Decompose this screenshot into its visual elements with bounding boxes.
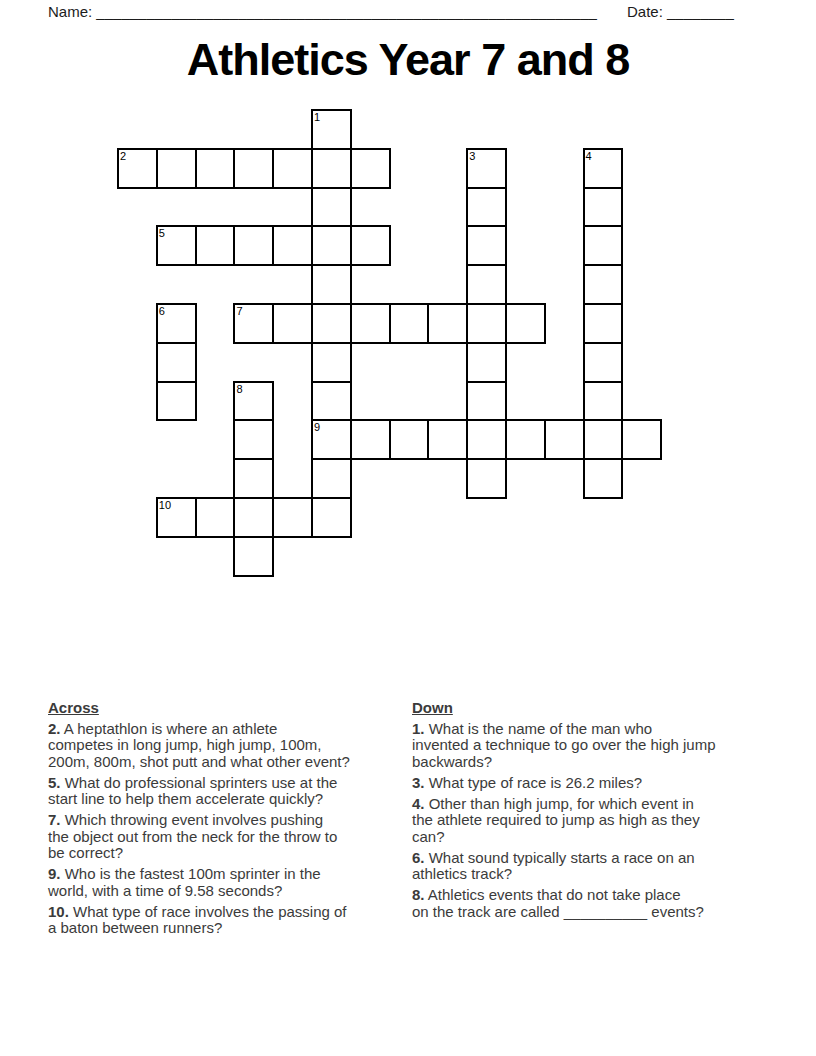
date-label: Date: — [627, 3, 663, 20]
down-clue-4: 4. Other than high jump, for which event… — [412, 796, 784, 846]
across-clue-10: 10. What type of race involves the passi… — [48, 904, 414, 937]
clue-number-5: 5 — [159, 227, 165, 240]
grid-cell-r10c3[interactable] — [233, 497, 274, 538]
grid-cell-r5c8[interactable] — [427, 303, 468, 344]
grid-cell-r10c4[interactable] — [272, 497, 313, 538]
down-clue-3: 3. What type of race is 26.2 miles? — [412, 775, 784, 792]
grid-cell-r8c5[interactable]: 9 — [311, 419, 352, 460]
grid-cell-r8c7[interactable] — [389, 419, 430, 460]
grid-cell-r2c9[interactable] — [466, 187, 507, 228]
grid-cell-r8c8[interactable] — [427, 419, 468, 460]
grid-cell-r1c5[interactable] — [311, 148, 352, 189]
grid-cell-r5c12[interactable] — [583, 303, 624, 344]
clue-number-10: 10 — [159, 499, 171, 512]
grid-cell-r1c0[interactable]: 2 — [117, 148, 158, 189]
grid-cell-r8c12[interactable] — [583, 419, 624, 460]
grid-cell-r8c11[interactable] — [544, 419, 585, 460]
grid-cell-r4c12[interactable] — [583, 264, 624, 305]
clue-number-3: 3 — [469, 150, 475, 163]
down-heading: Down — [412, 700, 784, 717]
grid-cell-r7c3[interactable]: 8 — [233, 381, 274, 422]
date-blank-line: ________ — [667, 3, 734, 20]
across-clue-7: 7. Which throwing event involves pushing… — [48, 812, 414, 862]
grid-cell-r8c10[interactable] — [505, 419, 546, 460]
name-blank-line: ________________________________________… — [96, 3, 597, 20]
across-clues-column: Across 2. A heptathlon is where an athle… — [48, 700, 414, 941]
crossword-grid: 12345678910 — [117, 109, 663, 577]
across-heading: Across — [48, 700, 414, 717]
grid-cell-r3c6[interactable] — [350, 225, 391, 266]
clue-number-1: 1 — [314, 111, 320, 124]
grid-cell-r7c1[interactable] — [156, 381, 197, 422]
grid-cell-r5c3[interactable]: 7 — [233, 303, 274, 344]
grid-cell-r9c9[interactable] — [466, 458, 507, 499]
grid-cell-r5c10[interactable] — [505, 303, 546, 344]
clue-number-6: 6 — [159, 305, 165, 318]
grid-cell-r8c6[interactable] — [350, 419, 391, 460]
across-clue-5: 5. What do professional sprinters use at… — [48, 775, 414, 808]
date-field-row: Date: ________ — [627, 3, 734, 20]
grid-cell-r5c9[interactable] — [466, 303, 507, 344]
grid-cell-r1c3[interactable] — [233, 148, 274, 189]
grid-cell-r2c5[interactable] — [311, 187, 352, 228]
grid-cell-r9c5[interactable] — [311, 458, 352, 499]
grid-cell-r8c3[interactable] — [233, 419, 274, 460]
clue-number-2: 2 — [120, 150, 126, 163]
grid-cell-r1c2[interactable] — [195, 148, 236, 189]
grid-cell-r5c7[interactable] — [389, 303, 430, 344]
grid-cell-r6c5[interactable] — [311, 342, 352, 383]
across-clue-list: 2. A heptathlon is where an athletecompe… — [48, 721, 414, 937]
clue-number-4: 4 — [586, 150, 592, 163]
grid-cell-r1c12[interactable]: 4 — [583, 148, 624, 189]
clue-number-9: 9 — [314, 421, 320, 434]
grid-cell-r3c1[interactable]: 5 — [156, 225, 197, 266]
clue-number-8: 8 — [236, 383, 242, 396]
grid-cell-r0c5[interactable]: 1 — [311, 109, 352, 150]
grid-cell-r5c6[interactable] — [350, 303, 391, 344]
grid-cell-r6c1[interactable] — [156, 342, 197, 383]
grid-cell-r5c4[interactable] — [272, 303, 313, 344]
down-clue-1: 1. What is the name of the man whoinvent… — [412, 721, 784, 771]
grid-cell-r11c3[interactable] — [233, 536, 274, 577]
down-clue-6: 6. What sound typically starts a race on… — [412, 850, 784, 883]
clue-number-7: 7 — [236, 305, 242, 318]
grid-cell-r3c3[interactable] — [233, 225, 274, 266]
grid-cell-r5c5[interactable] — [311, 303, 352, 344]
grid-cell-r8c9[interactable] — [466, 419, 507, 460]
grid-cell-r1c9[interactable]: 3 — [466, 148, 507, 189]
grid-cell-r6c9[interactable] — [466, 342, 507, 383]
grid-cell-r5c1[interactable]: 6 — [156, 303, 197, 344]
grid-cell-r4c9[interactable] — [466, 264, 507, 305]
down-clue-8: 8. Athletics events that do not take pla… — [412, 887, 784, 920]
name-field-row: Name: __________________________________… — [48, 3, 597, 20]
grid-cell-r7c12[interactable] — [583, 381, 624, 422]
grid-cell-r3c5[interactable] — [311, 225, 352, 266]
grid-cell-r10c5[interactable] — [311, 497, 352, 538]
grid-cell-r3c2[interactable] — [195, 225, 236, 266]
across-clue-9: 9. Who is the fastest 100m sprinter in t… — [48, 866, 414, 899]
page-title: Athletics Year 7 and 8 — [0, 34, 816, 86]
grid-cell-r9c3[interactable] — [233, 458, 274, 499]
grid-cell-r4c5[interactable] — [311, 264, 352, 305]
grid-cell-r1c1[interactable] — [156, 148, 197, 189]
grid-cell-r3c9[interactable] — [466, 225, 507, 266]
grid-cell-r7c5[interactable] — [311, 381, 352, 422]
grid-cell-r2c12[interactable] — [583, 187, 624, 228]
grid-cell-r3c12[interactable] — [583, 225, 624, 266]
down-clue-list: 1. What is the name of the man whoinvent… — [412, 721, 784, 921]
grid-cell-r7c9[interactable] — [466, 381, 507, 422]
grid-cell-r1c4[interactable] — [272, 148, 313, 189]
name-label: Name: — [48, 3, 92, 20]
grid-cell-r10c1[interactable]: 10 — [156, 497, 197, 538]
grid-cell-r3c4[interactable] — [272, 225, 313, 266]
grid-cell-r9c12[interactable] — [583, 458, 624, 499]
grid-cell-r6c12[interactable] — [583, 342, 624, 383]
grid-cell-r8c13[interactable] — [621, 419, 662, 460]
grid-cell-r1c6[interactable] — [350, 148, 391, 189]
grid-cell-r10c2[interactable] — [195, 497, 236, 538]
down-clues-column: Down 1. What is the name of the man whoi… — [412, 700, 784, 925]
across-clue-2: 2. A heptathlon is where an athletecompe… — [48, 721, 414, 771]
